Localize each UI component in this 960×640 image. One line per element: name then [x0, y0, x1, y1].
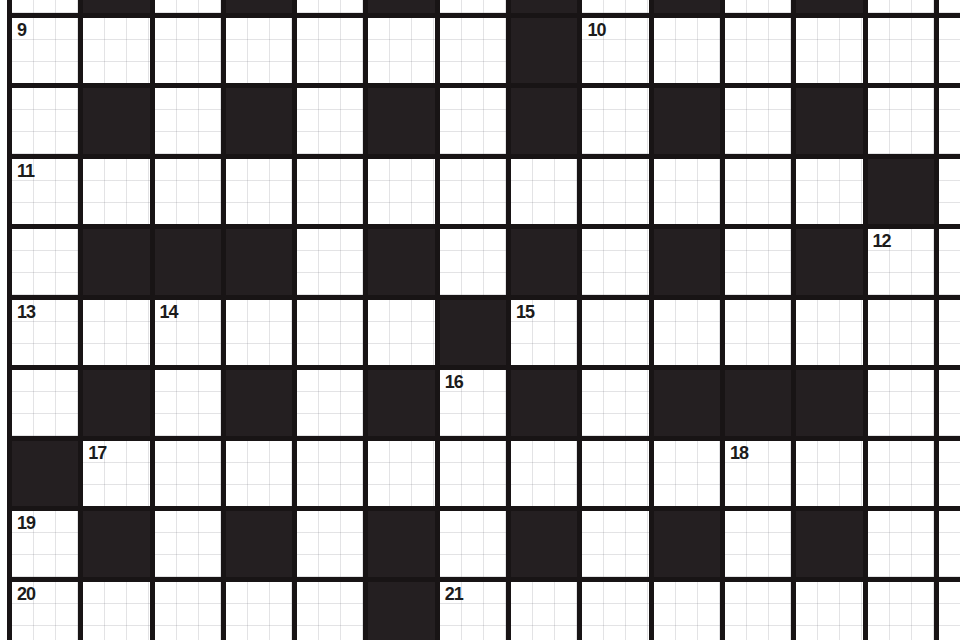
white-square[interactable] [939, 0, 960, 13]
black-square [226, 370, 292, 436]
black-square [654, 511, 720, 577]
black-square [368, 0, 434, 13]
white-square[interactable]: 19 [12, 511, 78, 577]
clue-number-13: 13 [17, 303, 35, 321]
white-square[interactable] [511, 159, 577, 225]
white-square[interactable] [725, 0, 791, 13]
white-square[interactable] [297, 582, 363, 640]
black-square [796, 229, 862, 295]
white-square[interactable] [12, 229, 78, 295]
white-square[interactable] [725, 18, 791, 84]
white-square[interactable] [725, 511, 791, 577]
white-square[interactable] [297, 511, 363, 577]
clue-number-10: 10 [587, 21, 605, 39]
crossword-grid: 9101112131415161718192021 [7, 0, 960, 640]
white-square[interactable] [440, 18, 506, 84]
black-square [83, 370, 149, 436]
white-square[interactable] [155, 0, 221, 13]
white-square[interactable] [939, 159, 960, 225]
white-square[interactable] [368, 159, 434, 225]
black-square [511, 18, 577, 84]
white-square[interactable] [297, 300, 363, 366]
black-square [796, 511, 862, 577]
white-square[interactable]: 11 [12, 159, 78, 225]
white-square[interactable] [868, 88, 934, 154]
white-square[interactable] [226, 582, 292, 640]
black-square [368, 511, 434, 577]
black-square [368, 582, 434, 640]
black-square [511, 511, 577, 577]
black-square [868, 159, 934, 225]
white-square[interactable] [83, 300, 149, 366]
white-square[interactable] [654, 441, 720, 507]
white-square[interactable] [83, 18, 149, 84]
white-square[interactable] [582, 88, 648, 154]
white-square[interactable] [654, 300, 720, 366]
black-square [654, 88, 720, 154]
white-square[interactable] [226, 18, 292, 84]
white-square[interactable] [226, 159, 292, 225]
black-square [440, 300, 506, 366]
white-square[interactable] [868, 370, 934, 436]
white-square[interactable] [725, 582, 791, 640]
black-square [511, 370, 577, 436]
white-square[interactable] [440, 511, 506, 577]
white-square[interactable] [725, 229, 791, 295]
white-square[interactable] [155, 582, 221, 640]
black-square [796, 0, 862, 13]
black-square [226, 229, 292, 295]
white-square[interactable] [868, 0, 934, 13]
white-square[interactable] [511, 441, 577, 507]
white-square[interactable] [226, 300, 292, 366]
white-square[interactable] [83, 582, 149, 640]
white-square[interactable] [297, 370, 363, 436]
white-square[interactable] [582, 300, 648, 366]
white-square[interactable] [297, 229, 363, 295]
white-square[interactable] [440, 88, 506, 154]
white-square[interactable] [155, 159, 221, 225]
white-square[interactable] [654, 582, 720, 640]
white-square[interactable] [297, 88, 363, 154]
white-square[interactable] [155, 18, 221, 84]
black-square [511, 229, 577, 295]
black-square [83, 0, 149, 13]
black-square [155, 229, 221, 295]
white-square[interactable] [582, 0, 648, 13]
white-square[interactable]: 20 [12, 582, 78, 640]
white-square[interactable] [155, 370, 221, 436]
white-square[interactable] [297, 18, 363, 84]
black-square [368, 88, 434, 154]
white-square[interactable] [368, 300, 434, 366]
clue-number-14: 14 [160, 303, 178, 321]
white-square[interactable] [939, 370, 960, 436]
white-square[interactable]: 13 [12, 300, 78, 366]
black-square [226, 511, 292, 577]
black-square [796, 88, 862, 154]
black-square [511, 88, 577, 154]
white-square[interactable] [368, 441, 434, 507]
white-square[interactable] [297, 441, 363, 507]
white-square[interactable] [654, 18, 720, 84]
black-square [12, 441, 78, 507]
white-square[interactable] [796, 441, 862, 507]
white-square[interactable] [939, 88, 960, 154]
white-square[interactable] [939, 511, 960, 577]
white-square[interactable] [725, 300, 791, 366]
white-square[interactable]: 18 [725, 441, 791, 507]
white-square[interactable]: 9 [12, 18, 78, 84]
white-square[interactable] [868, 511, 934, 577]
white-square[interactable] [12, 88, 78, 154]
white-square[interactable] [226, 441, 292, 507]
white-square[interactable] [440, 159, 506, 225]
black-square [83, 511, 149, 577]
black-square [511, 0, 577, 13]
white-square[interactable]: 10 [582, 18, 648, 84]
white-square[interactable] [796, 18, 862, 84]
black-square [83, 88, 149, 154]
clue-number-15: 15 [516, 303, 534, 321]
white-square[interactable] [939, 300, 960, 366]
white-square[interactable] [511, 582, 577, 640]
white-square[interactable] [582, 582, 648, 640]
white-square[interactable]: 15 [511, 300, 577, 366]
white-square[interactable] [939, 18, 960, 84]
white-square[interactable]: 17 [83, 441, 149, 507]
clue-number-16: 16 [445, 373, 463, 391]
white-square[interactable] [297, 159, 363, 225]
white-square[interactable] [868, 582, 934, 640]
white-square[interactable] [440, 441, 506, 507]
white-square[interactable] [868, 441, 934, 507]
white-square[interactable] [796, 159, 862, 225]
white-square[interactable] [155, 441, 221, 507]
black-square [725, 370, 791, 436]
white-square[interactable] [939, 229, 960, 295]
white-square[interactable] [582, 370, 648, 436]
white-square[interactable] [440, 229, 506, 295]
white-square[interactable] [796, 300, 862, 366]
clue-number-20: 20 [17, 585, 35, 603]
white-square[interactable] [582, 511, 648, 577]
white-square[interactable] [155, 511, 221, 577]
black-square [226, 0, 292, 13]
white-square[interactable]: 16 [440, 370, 506, 436]
white-square[interactable] [582, 159, 648, 225]
white-square[interactable] [155, 88, 221, 154]
white-square[interactable] [582, 441, 648, 507]
white-square[interactable] [12, 370, 78, 436]
white-square[interactable]: 12 [868, 229, 934, 295]
clue-number-11: 11 [17, 162, 34, 180]
white-square[interactable] [83, 159, 149, 225]
white-square[interactable] [440, 0, 506, 13]
white-square[interactable] [297, 0, 363, 13]
white-square[interactable] [12, 0, 78, 13]
white-square[interactable] [368, 18, 434, 84]
white-square[interactable] [654, 159, 720, 225]
clue-number-9: 9 [17, 21, 26, 39]
white-square[interactable] [939, 582, 960, 640]
black-square [83, 229, 149, 295]
black-square [368, 229, 434, 295]
black-square [654, 0, 720, 13]
black-square [654, 370, 720, 436]
black-square [654, 229, 720, 295]
crossword-screenshot: 9101112131415161718192021 [0, 0, 960, 640]
black-square [796, 370, 862, 436]
white-square[interactable] [868, 300, 934, 366]
black-square [368, 370, 434, 436]
white-square[interactable]: 21 [440, 582, 506, 640]
white-square[interactable] [582, 229, 648, 295]
white-square[interactable] [725, 159, 791, 225]
clue-number-18: 18 [730, 444, 748, 462]
white-square[interactable] [939, 441, 960, 507]
white-square[interactable] [725, 88, 791, 154]
clue-number-12: 12 [873, 232, 891, 250]
white-square[interactable]: 14 [155, 300, 221, 366]
white-square[interactable] [796, 582, 862, 640]
white-square[interactable] [868, 18, 934, 84]
black-square [226, 88, 292, 154]
clue-number-17: 17 [88, 444, 106, 462]
clue-number-19: 19 [17, 514, 35, 532]
clue-number-21: 21 [445, 585, 463, 603]
